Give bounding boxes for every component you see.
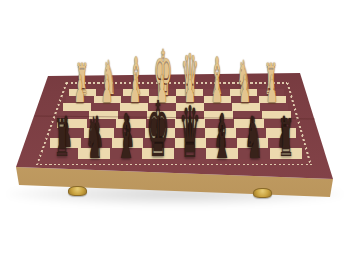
square	[174, 148, 206, 160]
square	[46, 148, 78, 160]
square	[206, 138, 237, 149]
square	[175, 138, 206, 149]
square	[268, 138, 299, 149]
square	[206, 148, 238, 160]
square	[238, 148, 270, 160]
square	[81, 138, 112, 149]
photo-background: ♜♞♝♚♛♝♞♜♟♟♟♟♟♟♟♟♟♟♟♟♟♟♟♟♜♞♝♚♛♝♞♜	[0, 0, 350, 263]
square	[142, 148, 174, 160]
square	[110, 148, 142, 160]
square	[143, 138, 174, 149]
square	[270, 148, 302, 160]
brass-hinge-left	[68, 186, 87, 196]
square	[78, 148, 110, 160]
dotted-inlay-bottom	[36, 164, 312, 166]
board-rank-row	[50, 138, 299, 149]
dotted-inlay-top	[66, 82, 287, 84]
square	[237, 138, 268, 149]
board-rank-row	[46, 148, 302, 160]
square	[112, 138, 143, 149]
square	[50, 138, 81, 149]
brass-hinge-right	[253, 188, 272, 198]
